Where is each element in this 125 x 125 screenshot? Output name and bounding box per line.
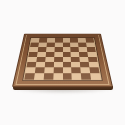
square-d1 — [53, 73, 63, 79]
chessboard — [12, 34, 113, 87]
square-c1 — [43, 73, 53, 79]
product-photo — [0, 0, 125, 125]
square-h1 — [90, 73, 100, 79]
playing-field — [22, 37, 103, 81]
board-grid — [24, 38, 100, 79]
square-f1 — [72, 73, 82, 79]
square-e1 — [63, 73, 73, 79]
